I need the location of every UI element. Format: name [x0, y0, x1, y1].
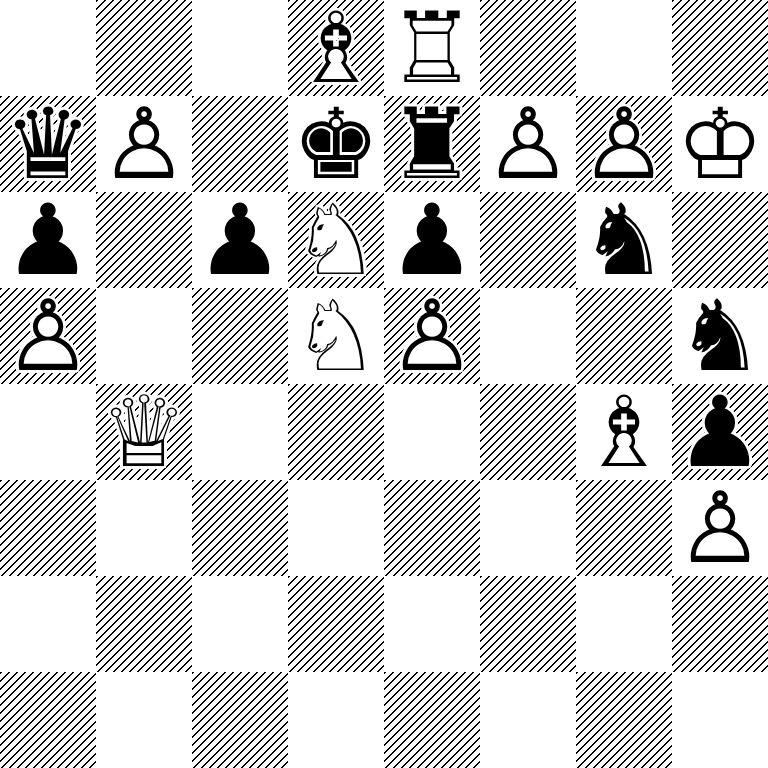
square-f7[interactable]: ♟♙	[480, 96, 576, 192]
square-g5[interactable]	[576, 288, 672, 384]
white-knight-piece: ♘	[288, 192, 384, 288]
white-pawn-piece: ♙	[0, 288, 96, 384]
white-bishop-fill: ♝	[288, 0, 384, 96]
square-a7[interactable]: ♛	[0, 96, 96, 192]
black-king-piece: ♚	[288, 96, 384, 192]
square-d5[interactable]: ♞♘	[288, 288, 384, 384]
square-f8[interactable]	[480, 0, 576, 96]
white-pawn-piece: ♙	[576, 96, 672, 192]
square-a1[interactable]	[0, 672, 96, 768]
square-h3[interactable]: ♟♙	[672, 480, 768, 576]
white-knight-piece: ♘	[288, 288, 384, 384]
black-pawn-piece: ♟	[672, 384, 768, 480]
white-pawn-piece: ♙	[384, 288, 480, 384]
square-g6[interactable]: ♞	[576, 192, 672, 288]
square-d7[interactable]: ♚	[288, 96, 384, 192]
square-h1[interactable]	[672, 672, 768, 768]
square-h2[interactable]	[672, 576, 768, 672]
square-h5[interactable]: ♞	[672, 288, 768, 384]
square-e4[interactable]	[384, 384, 480, 480]
square-b1[interactable]	[96, 672, 192, 768]
square-b4[interactable]: ♛♕	[96, 384, 192, 480]
white-king-fill: ♚	[672, 96, 768, 192]
square-a3[interactable]	[0, 480, 96, 576]
square-h7[interactable]: ♚♔	[672, 96, 768, 192]
square-g3[interactable]	[576, 480, 672, 576]
square-g8[interactable]	[576, 0, 672, 96]
white-king-piece: ♔	[672, 96, 768, 192]
square-e1[interactable]	[384, 672, 480, 768]
square-d3[interactable]	[288, 480, 384, 576]
white-bishop-piece: ♗	[288, 0, 384, 96]
white-pawn-piece: ♙	[480, 96, 576, 192]
square-b8[interactable]	[96, 0, 192, 96]
white-knight-fill: ♞	[288, 192, 384, 288]
white-queen-piece: ♕	[96, 384, 192, 480]
black-rook-piece: ♜	[384, 96, 480, 192]
black-pawn-piece: ♟	[384, 192, 480, 288]
square-g1[interactable]	[576, 672, 672, 768]
white-rook-fill: ♜	[384, 0, 480, 96]
white-pawn-fill: ♟	[96, 96, 192, 192]
square-e3[interactable]	[384, 480, 480, 576]
black-pawn-piece: ♟	[192, 192, 288, 288]
square-b3[interactable]	[96, 480, 192, 576]
square-a2[interactable]	[0, 576, 96, 672]
white-pawn-fill: ♟	[480, 96, 576, 192]
square-c5[interactable]	[192, 288, 288, 384]
white-bishop-piece: ♗	[576, 384, 672, 480]
square-b7[interactable]: ♟♙	[96, 96, 192, 192]
square-e8[interactable]: ♜♖	[384, 0, 480, 96]
square-a4[interactable]	[0, 384, 96, 480]
square-b2[interactable]	[96, 576, 192, 672]
square-c1[interactable]	[192, 672, 288, 768]
square-c7[interactable]	[192, 96, 288, 192]
white-bishop-fill: ♝	[576, 384, 672, 480]
black-queen-piece: ♛	[0, 96, 96, 192]
square-b5[interactable]	[96, 288, 192, 384]
chess-board: ♝♗♜♖♛♟♙♚♜♟♙♟♙♚♔♟♟♞♘♟♞♟♙♞♘♟♙♞♛♕♝♗♟♟♙	[0, 0, 768, 768]
square-g7[interactable]: ♟♙	[576, 96, 672, 192]
square-d2[interactable]	[288, 576, 384, 672]
white-pawn-fill: ♟	[0, 288, 96, 384]
square-h6[interactable]	[672, 192, 768, 288]
square-c2[interactable]	[192, 576, 288, 672]
square-a5[interactable]: ♟♙	[0, 288, 96, 384]
white-queen-fill: ♛	[96, 384, 192, 480]
square-d6[interactable]: ♞♘	[288, 192, 384, 288]
black-knight-piece: ♞	[672, 288, 768, 384]
white-pawn-fill: ♟	[384, 288, 480, 384]
square-a8[interactable]	[0, 0, 96, 96]
black-knight-piece: ♞	[576, 192, 672, 288]
square-f3[interactable]	[480, 480, 576, 576]
square-d8[interactable]: ♝♗	[288, 0, 384, 96]
square-b6[interactable]	[96, 192, 192, 288]
square-f2[interactable]	[480, 576, 576, 672]
square-g4[interactable]: ♝♗	[576, 384, 672, 480]
square-d4[interactable]	[288, 384, 384, 480]
white-pawn-piece: ♙	[96, 96, 192, 192]
white-pawn-fill: ♟	[576, 96, 672, 192]
square-h8[interactable]	[672, 0, 768, 96]
square-e5[interactable]: ♟♙	[384, 288, 480, 384]
square-c6[interactable]: ♟	[192, 192, 288, 288]
white-pawn-piece: ♙	[672, 480, 768, 576]
square-e6[interactable]: ♟	[384, 192, 480, 288]
white-rook-piece: ♖	[384, 0, 480, 96]
square-f6[interactable]	[480, 192, 576, 288]
white-knight-fill: ♞	[288, 288, 384, 384]
square-d1[interactable]	[288, 672, 384, 768]
square-c4[interactable]	[192, 384, 288, 480]
square-e2[interactable]	[384, 576, 480, 672]
white-pawn-fill: ♟	[672, 480, 768, 576]
square-g2[interactable]	[576, 576, 672, 672]
square-f1[interactable]	[480, 672, 576, 768]
square-e7[interactable]: ♜	[384, 96, 480, 192]
square-c8[interactable]	[192, 0, 288, 96]
square-f5[interactable]	[480, 288, 576, 384]
square-h4[interactable]: ♟	[672, 384, 768, 480]
square-f4[interactable]	[480, 384, 576, 480]
square-a6[interactable]: ♟	[0, 192, 96, 288]
black-pawn-piece: ♟	[0, 192, 96, 288]
square-c3[interactable]	[192, 480, 288, 576]
